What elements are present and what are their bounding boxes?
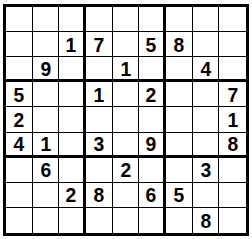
cell-r3c5: 1 [113, 57, 140, 82]
cell-r3c2: 9 [33, 57, 60, 82]
given-digit: 3 [93, 133, 104, 154]
cell-r9c1[interactable] [6, 208, 33, 233]
given-digit: 1 [40, 133, 51, 154]
cell-r5c7[interactable] [166, 107, 193, 132]
cell-r4c3[interactable] [59, 82, 86, 107]
cell-r5c6[interactable] [139, 107, 166, 132]
cell-r9c9[interactable] [219, 208, 246, 233]
cell-r1c1[interactable] [6, 7, 33, 32]
given-digit: 4 [13, 133, 24, 154]
given-digit: 8 [200, 210, 211, 231]
cell-r4c8[interactable] [193, 82, 220, 107]
cell-r7c4[interactable] [86, 158, 113, 183]
cell-r4c6: 2 [139, 82, 166, 107]
sudoku-board: 17589145127214139862328658 [3, 4, 249, 236]
cell-r8c7: 5 [166, 183, 193, 208]
given-digit: 5 [173, 184, 184, 205]
given-digit: 1 [66, 34, 77, 55]
cell-r7c8: 3 [193, 158, 220, 183]
cell-r4c2[interactable] [33, 82, 60, 107]
cell-r8c4: 8 [86, 183, 113, 208]
cell-r5c8[interactable] [193, 107, 220, 132]
given-digit: 9 [146, 133, 157, 154]
cell-r1c9[interactable] [219, 7, 246, 32]
given-digit: 9 [40, 58, 51, 79]
cell-r5c5[interactable] [113, 107, 140, 132]
cell-r2c7: 8 [166, 32, 193, 57]
given-digit: 8 [173, 34, 184, 55]
cell-r5c3[interactable] [59, 107, 86, 132]
cell-r8c1[interactable] [6, 183, 33, 208]
cell-r7c9[interactable] [219, 158, 246, 183]
cell-r3c6[interactable] [139, 57, 166, 82]
cell-r6c1: 4 [6, 133, 33, 158]
given-digit: 1 [93, 84, 104, 105]
cell-r8c3: 2 [59, 183, 86, 208]
cell-r1c2[interactable] [33, 7, 60, 32]
cell-r3c7[interactable] [166, 57, 193, 82]
given-digit: 7 [227, 84, 238, 105]
cell-r2c4: 7 [86, 32, 113, 57]
given-digit: 2 [66, 184, 77, 205]
cell-r6c3[interactable] [59, 133, 86, 158]
cell-r9c8: 8 [193, 208, 220, 233]
cell-r5c9: 1 [219, 107, 246, 132]
cell-r6c8[interactable] [193, 133, 220, 158]
cell-r3c4[interactable] [86, 57, 113, 82]
cell-r6c9: 8 [219, 133, 246, 158]
cell-r3c8: 4 [193, 57, 220, 82]
cell-r3c1[interactable] [6, 57, 33, 82]
given-digit: 2 [120, 159, 131, 180]
cell-r5c2[interactable] [33, 107, 60, 132]
cell-r7c3[interactable] [59, 158, 86, 183]
cell-r8c8[interactable] [193, 183, 220, 208]
cell-r2c8[interactable] [193, 32, 220, 57]
cell-r9c3[interactable] [59, 208, 86, 233]
given-digit: 2 [146, 84, 157, 105]
cell-r6c4: 3 [86, 133, 113, 158]
cell-r1c5[interactable] [113, 7, 140, 32]
cell-r9c6[interactable] [139, 208, 166, 233]
cell-r8c9[interactable] [219, 183, 246, 208]
cell-r2c2[interactable] [33, 32, 60, 57]
cell-r7c1[interactable] [6, 158, 33, 183]
cell-r3c9[interactable] [219, 57, 246, 82]
cell-r4c7[interactable] [166, 82, 193, 107]
cell-r1c4[interactable] [86, 7, 113, 32]
cell-r4c5[interactable] [113, 82, 140, 107]
cell-r1c6[interactable] [139, 7, 166, 32]
given-digit: 4 [200, 58, 211, 79]
cell-r6c7[interactable] [166, 133, 193, 158]
cell-r1c7[interactable] [166, 7, 193, 32]
given-digit: 5 [13, 84, 24, 105]
cell-r2c9[interactable] [219, 32, 246, 57]
given-digit: 1 [227, 109, 238, 130]
cell-r6c2: 1 [33, 133, 60, 158]
cell-r8c6: 6 [139, 183, 166, 208]
cell-r2c3: 1 [59, 32, 86, 57]
cell-r9c5[interactable] [113, 208, 140, 233]
cell-r4c1: 5 [6, 82, 33, 107]
cell-r7c2: 6 [33, 158, 60, 183]
given-digit: 6 [40, 159, 51, 180]
given-digit: 8 [93, 184, 104, 205]
cell-r8c5[interactable] [113, 183, 140, 208]
given-digit: 3 [200, 159, 211, 180]
cell-r6c5[interactable] [113, 133, 140, 158]
cell-r4c4: 1 [86, 82, 113, 107]
cell-r9c7[interactable] [166, 208, 193, 233]
cell-r1c3[interactable] [59, 7, 86, 32]
cell-r8c2[interactable] [33, 183, 60, 208]
cell-r1c8[interactable] [193, 7, 220, 32]
given-digit: 7 [93, 34, 104, 55]
cell-r4c9: 7 [219, 82, 246, 107]
cell-r2c5[interactable] [113, 32, 140, 57]
cell-r5c4[interactable] [86, 107, 113, 132]
given-digit: 8 [227, 133, 238, 154]
cell-r7c5: 2 [113, 158, 140, 183]
given-digit: 6 [146, 184, 157, 205]
given-digit: 2 [13, 109, 24, 130]
cell-r9c4[interactable] [86, 208, 113, 233]
cell-r7c6[interactable] [139, 158, 166, 183]
cell-r2c6: 5 [139, 32, 166, 57]
cell-r3c3[interactable] [59, 57, 86, 82]
cell-r9c2[interactable] [33, 208, 60, 233]
cell-r6c6: 9 [139, 133, 166, 158]
cell-r2c1[interactable] [6, 32, 33, 57]
cell-r7c7[interactable] [166, 158, 193, 183]
cell-r5c1: 2 [6, 107, 33, 132]
given-digit: 1 [120, 58, 131, 79]
given-digit: 5 [146, 34, 157, 55]
